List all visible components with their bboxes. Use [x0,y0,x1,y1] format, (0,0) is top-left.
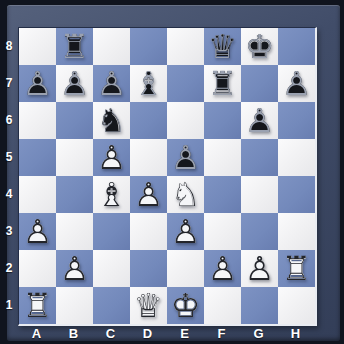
square-e7[interactable] [167,65,204,102]
file-labels: ABCDEFGH [18,325,314,341]
piece-white-pawn[interactable]: ♟♙ [93,139,130,176]
piece-white-pawn[interactable]: ♟♙ [167,213,204,250]
piece-glyph-outline: ♙ [56,65,93,102]
piece-white-knight[interactable]: ♞♘ [167,176,204,213]
square-a5[interactable] [19,139,56,176]
chess-board: ♜♖♛♕♚♔♟♙♟♙♟♙♝♗♜♖♟♙♞♘♟♙♟♙♟♙♝♗♟♙♞♘♟♙♟♙♟♙♟♙… [18,27,317,326]
piece-glyph-outline: ♘ [167,176,204,213]
piece-white-pawn[interactable]: ♟♙ [241,250,278,287]
rank-label-2: 2 [0,249,18,286]
square-g3[interactable] [241,213,278,250]
file-label-c: C [92,325,129,341]
rank-label-1: 1 [0,286,18,323]
square-a2[interactable] [19,250,56,287]
piece-glyph-outline: ♙ [167,213,204,250]
file-label-h: H [277,325,314,341]
square-g5[interactable] [241,139,278,176]
square-d1[interactable]: ♛♕ [130,287,167,324]
piece-black-knight[interactable]: ♞♘ [93,102,130,139]
square-b4[interactable] [56,176,93,213]
square-f4[interactable] [204,176,241,213]
square-c4[interactable]: ♝♗ [93,176,130,213]
piece-glyph-outline: ♔ [167,287,204,324]
square-e4[interactable]: ♞♘ [167,176,204,213]
piece-black-bishop[interactable]: ♝♗ [130,65,167,102]
square-b2[interactable]: ♟♙ [56,250,93,287]
piece-black-pawn[interactable]: ♟♙ [241,102,278,139]
square-c3[interactable] [93,213,130,250]
square-f1[interactable] [204,287,241,324]
piece-glyph-outline: ♖ [19,287,56,324]
square-a3[interactable]: ♟♙ [19,213,56,250]
piece-black-pawn[interactable]: ♟♙ [167,139,204,176]
piece-glyph-outline: ♙ [278,65,315,102]
rank-label-5: 5 [0,138,18,175]
piece-white-pawn[interactable]: ♟♙ [19,213,56,250]
piece-white-king[interactable]: ♚♔ [167,287,204,324]
square-f2[interactable]: ♟♙ [204,250,241,287]
file-label-f: F [203,325,240,341]
square-c2[interactable] [93,250,130,287]
square-h1[interactable] [278,287,315,324]
square-c5[interactable]: ♟♙ [93,139,130,176]
piece-glyph-outline: ♕ [130,287,167,324]
piece-black-pawn[interactable]: ♟♙ [56,65,93,102]
square-e5[interactable]: ♟♙ [167,139,204,176]
square-g2[interactable]: ♟♙ [241,250,278,287]
square-g6[interactable]: ♟♙ [241,102,278,139]
piece-glyph-outline: ♙ [19,213,56,250]
piece-glyph-outline: ♙ [204,250,241,287]
square-h4[interactable] [278,176,315,213]
file-label-d: D [129,325,166,341]
file-label-g: G [240,325,277,341]
file-label-b: B [55,325,92,341]
rank-label-3: 3 [0,212,18,249]
square-a1[interactable]: ♜♖ [19,287,56,324]
square-b3[interactable] [56,213,93,250]
square-f3[interactable] [204,213,241,250]
square-a7[interactable]: ♟♙ [19,65,56,102]
piece-black-pawn[interactable]: ♟♙ [19,65,56,102]
square-g4[interactable] [241,176,278,213]
rank-label-4: 4 [0,175,18,212]
piece-glyph-outline: ♗ [93,176,130,213]
square-b5[interactable] [56,139,93,176]
square-e6[interactable] [167,102,204,139]
piece-glyph-outline: ♗ [130,65,167,102]
square-f7[interactable]: ♜♖ [204,65,241,102]
square-c8[interactable] [93,28,130,65]
piece-black-pawn[interactable]: ♟♙ [93,65,130,102]
square-h3[interactable] [278,213,315,250]
piece-glyph-outline: ♙ [56,250,93,287]
square-f8[interactable]: ♛♕ [204,28,241,65]
square-b6[interactable] [56,102,93,139]
square-a4[interactable] [19,176,56,213]
square-g1[interactable] [241,287,278,324]
piece-black-king[interactable]: ♚♔ [241,28,278,65]
piece-glyph-outline: ♙ [167,139,204,176]
square-c7[interactable]: ♟♙ [93,65,130,102]
square-c6[interactable]: ♞♘ [93,102,130,139]
square-e2[interactable] [167,250,204,287]
piece-black-rook[interactable]: ♜♖ [56,28,93,65]
square-e8[interactable] [167,28,204,65]
file-label-a: A [18,325,55,341]
piece-glyph-outline: ♙ [19,65,56,102]
piece-glyph-outline: ♘ [93,102,130,139]
piece-black-queen[interactable]: ♛♕ [204,28,241,65]
piece-white-pawn[interactable]: ♟♙ [204,250,241,287]
square-b8[interactable]: ♜♖ [56,28,93,65]
piece-white-bishop[interactable]: ♝♗ [93,176,130,213]
square-b1[interactable] [56,287,93,324]
square-h5[interactable] [278,139,315,176]
piece-glyph-outline: ♖ [278,250,315,287]
square-h7[interactable]: ♟♙ [278,65,315,102]
chess-diagram: 87654321 ♜♖♛♕♚♔♟♙♟♙♟♙♝♗♜♖♟♙♞♘♟♙♟♙♟♙♝♗♟♙♞… [0,0,344,344]
square-g8[interactable]: ♚♔ [241,28,278,65]
piece-glyph-outline: ♙ [130,176,167,213]
piece-white-pawn[interactable]: ♟♙ [56,250,93,287]
square-d5[interactable] [130,139,167,176]
piece-black-pawn[interactable]: ♟♙ [278,65,315,102]
rank-label-8: 8 [0,27,18,64]
square-h6[interactable] [278,102,315,139]
piece-white-queen[interactable]: ♛♕ [130,287,167,324]
rank-labels: 87654321 [0,27,18,323]
piece-white-rook[interactable]: ♜♖ [19,287,56,324]
rank-label-7: 7 [0,64,18,101]
square-g7[interactable] [241,65,278,102]
piece-glyph-outline: ♙ [93,65,130,102]
square-d4[interactable]: ♟♙ [130,176,167,213]
piece-white-pawn[interactable]: ♟♙ [130,176,167,213]
piece-glyph-outline: ♕ [204,28,241,65]
square-e3[interactable]: ♟♙ [167,213,204,250]
piece-glyph-outline: ♔ [241,28,278,65]
square-a6[interactable] [19,102,56,139]
square-f6[interactable] [204,102,241,139]
piece-black-rook[interactable]: ♜♖ [204,65,241,102]
piece-glyph-outline: ♖ [204,65,241,102]
piece-glyph-outline: ♙ [93,139,130,176]
piece-glyph-outline: ♙ [241,250,278,287]
piece-white-rook[interactable]: ♜♖ [278,250,315,287]
square-h2[interactable]: ♜♖ [278,250,315,287]
square-d6[interactable] [130,102,167,139]
square-d2[interactable] [130,250,167,287]
piece-glyph-outline: ♙ [241,102,278,139]
file-label-e: E [166,325,203,341]
square-d3[interactable] [130,213,167,250]
square-d8[interactable] [130,28,167,65]
square-a8[interactable] [19,28,56,65]
square-f5[interactable] [204,139,241,176]
rank-label-6: 6 [0,101,18,138]
square-d7[interactable]: ♝♗ [130,65,167,102]
piece-glyph-outline: ♖ [56,28,93,65]
square-e1[interactable]: ♚♔ [167,287,204,324]
square-c1[interactable] [93,287,130,324]
square-b7[interactable]: ♟♙ [56,65,93,102]
square-h8[interactable] [278,28,315,65]
